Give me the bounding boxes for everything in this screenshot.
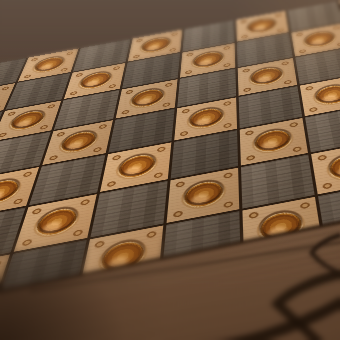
chevron-engraving-outer <box>196 297 340 340</box>
board-photo <box>0 0 340 340</box>
